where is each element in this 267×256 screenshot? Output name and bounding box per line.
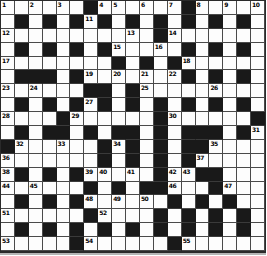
cell-r13c17[interactable] bbox=[223, 168, 237, 182]
cell-r18c5[interactable] bbox=[57, 237, 71, 251]
black-cell-r15c17 bbox=[223, 195, 237, 209]
cell-r4c1[interactable] bbox=[1, 43, 15, 57]
cell-r3c1[interactable]: 12 bbox=[1, 29, 15, 43]
cell-r14c8[interactable] bbox=[98, 182, 112, 196]
black-cell-r14c7 bbox=[84, 182, 98, 196]
cell-r10c19[interactable]: 31 bbox=[251, 126, 265, 140]
cell-r16c3[interactable] bbox=[29, 209, 43, 223]
cell-r16c9[interactable] bbox=[112, 209, 126, 223]
cell-r12c1[interactable]: 36 bbox=[1, 154, 15, 168]
cell-r11c16[interactable]: 35 bbox=[209, 140, 223, 154]
cell-r6c17[interactable] bbox=[223, 70, 237, 84]
black-cell-r14c9 bbox=[112, 182, 126, 196]
black-cell-r4c16 bbox=[209, 43, 223, 57]
cell-r16c5[interactable] bbox=[57, 209, 71, 223]
cell-r6c9[interactable]: 20 bbox=[112, 70, 126, 84]
cell-r2c3[interactable] bbox=[29, 15, 43, 29]
cell-r12c11[interactable] bbox=[140, 154, 154, 168]
cell-r14c10[interactable] bbox=[126, 182, 140, 196]
clue-number: 48 bbox=[85, 195, 92, 202]
clue-number: 39 bbox=[85, 168, 92, 175]
cell-r3c3[interactable] bbox=[29, 29, 43, 43]
cell-r9c10[interactable] bbox=[126, 112, 140, 126]
cell-r5c12[interactable] bbox=[154, 57, 168, 71]
cell-r14c17[interactable]: 47 bbox=[223, 182, 237, 196]
cell-r8c7[interactable]: 27 bbox=[84, 98, 98, 112]
cell-r16c6[interactable] bbox=[70, 209, 84, 223]
cell-r15c18[interactable] bbox=[237, 195, 251, 209]
clue-number: 16 bbox=[155, 43, 162, 50]
cell-r12c4[interactable] bbox=[43, 154, 57, 168]
cell-r5c18[interactable] bbox=[237, 57, 251, 71]
cell-r3c8[interactable] bbox=[98, 29, 112, 43]
cell-r2c13[interactable] bbox=[168, 15, 182, 29]
cell-r1c3[interactable]: 2 bbox=[29, 1, 43, 15]
cell-r10c11[interactable] bbox=[140, 126, 154, 140]
cell-r14c6[interactable] bbox=[70, 182, 84, 196]
cell-r3c15[interactable] bbox=[196, 29, 210, 43]
cell-r11c6[interactable] bbox=[70, 140, 84, 154]
cell-r13c1[interactable]: 38 bbox=[1, 168, 15, 182]
clue-number: 5 bbox=[113, 1, 117, 8]
black-cell-r8c12 bbox=[154, 98, 168, 112]
black-cell-r2c16 bbox=[209, 15, 223, 29]
cell-r1c9[interactable]: 5 bbox=[112, 1, 126, 15]
cell-r8c15[interactable] bbox=[196, 98, 210, 112]
cell-r7c3[interactable]: 24 bbox=[29, 84, 43, 98]
cell-r1c8[interactable]: 4 bbox=[98, 1, 112, 15]
black-cell-r5c13 bbox=[168, 57, 182, 71]
cell-r18c4[interactable] bbox=[43, 237, 57, 251]
cell-r15c14[interactable] bbox=[182, 195, 196, 209]
cell-r1c12[interactable] bbox=[154, 1, 168, 15]
cell-r16c4[interactable] bbox=[43, 209, 57, 223]
cell-r16c11[interactable] bbox=[140, 209, 154, 223]
cell-r1c18[interactable] bbox=[237, 1, 251, 15]
cell-r9c13[interactable]: 30 bbox=[168, 112, 182, 126]
cell-r16c10[interactable] bbox=[126, 209, 140, 223]
cell-r11c11[interactable] bbox=[140, 140, 154, 154]
cell-r12c19[interactable] bbox=[251, 154, 265, 168]
clue-number: 29 bbox=[71, 112, 78, 119]
cell-r3c14[interactable] bbox=[182, 29, 196, 43]
cell-r4c10[interactable] bbox=[126, 43, 140, 57]
cell-r3c13[interactable]: 14 bbox=[168, 29, 182, 43]
cell-r6c11[interactable]: 21 bbox=[140, 70, 154, 84]
cell-r3c11[interactable] bbox=[140, 29, 154, 43]
cell-r7c1[interactable]: 23 bbox=[1, 84, 15, 98]
cell-r1c10[interactable] bbox=[126, 1, 140, 15]
cell-r16c13[interactable] bbox=[168, 209, 182, 223]
cell-r8c13[interactable] bbox=[168, 98, 182, 112]
cell-r12c6[interactable] bbox=[70, 154, 84, 168]
cell-r8c17[interactable] bbox=[223, 98, 237, 112]
cell-r3c2[interactable] bbox=[15, 29, 29, 43]
cell-r1c19[interactable]: 10 bbox=[251, 1, 265, 15]
cell-r4c15[interactable] bbox=[196, 43, 210, 57]
cell-r17c5[interactable] bbox=[57, 223, 71, 237]
cell-r5c8[interactable] bbox=[98, 57, 112, 71]
cell-r14c13[interactable]: 46 bbox=[168, 182, 182, 196]
cell-r10c3[interactable] bbox=[29, 126, 43, 140]
cell-r17c15[interactable] bbox=[196, 223, 210, 237]
cell-r5c15[interactable] bbox=[196, 57, 210, 71]
cell-r9c7[interactable] bbox=[84, 112, 98, 126]
cell-r12c17[interactable] bbox=[223, 154, 237, 168]
cell-r3c7[interactable] bbox=[84, 29, 98, 43]
black-cell-r10c14 bbox=[182, 126, 196, 140]
cell-r16c19[interactable] bbox=[251, 209, 265, 223]
cell-r12c2[interactable] bbox=[15, 154, 29, 168]
cell-r15c11[interactable]: 50 bbox=[140, 195, 154, 209]
cell-r18c3[interactable] bbox=[29, 237, 43, 251]
cell-r7c4[interactable] bbox=[43, 84, 57, 98]
cell-r11c7[interactable] bbox=[84, 140, 98, 154]
cell-r9c18[interactable] bbox=[237, 112, 251, 126]
black-cell-r15c13 bbox=[168, 195, 182, 209]
cell-r1c1[interactable]: 1 bbox=[1, 1, 15, 15]
cell-r1c4[interactable] bbox=[43, 1, 57, 15]
cell-r16c1[interactable]: 51 bbox=[1, 209, 15, 223]
cell-r7c18[interactable] bbox=[237, 84, 251, 98]
cell-r9c9[interactable] bbox=[112, 112, 126, 126]
cell-r18c1[interactable]: 53 bbox=[1, 237, 15, 251]
cell-r3c5[interactable] bbox=[57, 29, 71, 43]
cell-r12c5[interactable] bbox=[57, 154, 71, 168]
cell-r12c15[interactable]: 37 bbox=[196, 154, 210, 168]
cell-r11c4[interactable] bbox=[43, 140, 57, 154]
black-cell-r8c4 bbox=[43, 98, 57, 112]
black-cell-r6c4 bbox=[43, 70, 57, 84]
cell-r9c6[interactable]: 29 bbox=[70, 112, 84, 126]
clue-number: 41 bbox=[127, 168, 134, 175]
cell-r17c17[interactable] bbox=[223, 223, 237, 237]
cell-r1c15[interactable]: 8 bbox=[196, 1, 210, 15]
cell-r18c9[interactable] bbox=[112, 237, 126, 251]
cell-r13c18[interactable] bbox=[237, 168, 251, 182]
cell-r15c3[interactable] bbox=[29, 195, 43, 209]
cell-r13c9[interactable] bbox=[112, 168, 126, 182]
black-cell-r17c10 bbox=[126, 223, 140, 237]
cell-r9c11[interactable] bbox=[140, 112, 154, 126]
cell-r1c5[interactable]: 3 bbox=[57, 1, 71, 15]
cell-r18c11[interactable] bbox=[140, 237, 154, 251]
cell-r10c8[interactable] bbox=[98, 126, 112, 140]
cell-r15c12[interactable] bbox=[154, 195, 168, 209]
cell-r18c12[interactable] bbox=[154, 237, 168, 251]
cell-r12c7[interactable] bbox=[84, 154, 98, 168]
cell-r9c8[interactable] bbox=[98, 112, 112, 126]
cell-r1c17[interactable]: 9 bbox=[223, 1, 237, 15]
cell-r18c15[interactable] bbox=[196, 237, 210, 251]
cell-r2c19[interactable] bbox=[251, 15, 265, 29]
cell-r2c15[interactable] bbox=[196, 15, 210, 29]
black-cell-r13c16 bbox=[209, 168, 223, 182]
cell-r11c13[interactable] bbox=[168, 140, 182, 154]
crossword-grid: 1234567891011121314151617181920212223242… bbox=[0, 0, 266, 253]
cell-r16c8[interactable]: 52 bbox=[98, 209, 112, 223]
cell-r8c19[interactable] bbox=[251, 98, 265, 112]
clue-number: 15 bbox=[113, 43, 120, 50]
cell-r2c11[interactable] bbox=[140, 15, 154, 29]
cell-r7c14[interactable] bbox=[182, 84, 196, 98]
cell-r18c10[interactable] bbox=[126, 237, 140, 251]
cell-r4c3[interactable] bbox=[29, 43, 43, 57]
cell-r9c1[interactable]: 28 bbox=[1, 112, 15, 126]
cell-r15c9[interactable]: 49 bbox=[112, 195, 126, 209]
cell-r6c5[interactable] bbox=[57, 70, 71, 84]
cell-r10c6[interactable] bbox=[70, 126, 84, 140]
cell-r12c9[interactable] bbox=[112, 154, 126, 168]
cell-r13c11[interactable] bbox=[140, 168, 154, 182]
cell-r9c17[interactable] bbox=[223, 112, 237, 126]
cell-r13c3[interactable] bbox=[29, 168, 43, 182]
black-cell-r13c6 bbox=[70, 168, 84, 182]
cell-r14c15[interactable] bbox=[196, 182, 210, 196]
cell-r17c3[interactable] bbox=[29, 223, 43, 237]
cell-r16c17[interactable] bbox=[223, 209, 237, 223]
black-cell-r9c19 bbox=[251, 112, 265, 126]
cell-r9c3[interactable] bbox=[29, 112, 43, 126]
cell-r4c9[interactable]: 15 bbox=[112, 43, 126, 57]
cell-r14c2[interactable] bbox=[15, 182, 29, 196]
cell-r4c13[interactable] bbox=[168, 43, 182, 57]
cell-r13c8[interactable]: 40 bbox=[98, 168, 112, 182]
cell-r5c4[interactable] bbox=[43, 57, 57, 71]
clue-number: 34 bbox=[113, 140, 120, 147]
clue-number: 43 bbox=[183, 168, 190, 175]
cell-r17c9[interactable] bbox=[112, 223, 126, 237]
cell-r7c11[interactable]: 25 bbox=[140, 84, 154, 98]
clue-number: 44 bbox=[2, 182, 9, 189]
cell-r3c6[interactable] bbox=[70, 29, 84, 43]
cell-r15c5[interactable] bbox=[57, 195, 71, 209]
clue-number: 27 bbox=[85, 98, 92, 105]
cell-r10c17[interactable] bbox=[223, 126, 237, 140]
cell-r3c4[interactable] bbox=[43, 29, 57, 43]
cell-r7c15[interactable] bbox=[196, 84, 210, 98]
cell-r6c15[interactable] bbox=[196, 70, 210, 84]
cell-r11c17[interactable] bbox=[223, 140, 237, 154]
cell-r14c4[interactable] bbox=[43, 182, 57, 196]
black-cell-r7c7 bbox=[84, 84, 98, 98]
cell-r8c3[interactable] bbox=[29, 98, 43, 112]
cell-r16c15[interactable] bbox=[196, 209, 210, 223]
cell-r6c10[interactable] bbox=[126, 70, 140, 84]
clue-number: 9 bbox=[224, 1, 228, 8]
cell-r2c9[interactable] bbox=[112, 15, 126, 29]
cell-r15c19[interactable] bbox=[251, 195, 265, 209]
cell-r18c7[interactable]: 54 bbox=[84, 237, 98, 251]
cell-r8c5[interactable] bbox=[57, 98, 71, 112]
clue-number: 53 bbox=[2, 237, 9, 244]
cell-r17c7[interactable] bbox=[84, 223, 98, 237]
cell-r14c5[interactable] bbox=[57, 182, 71, 196]
black-cell-r11c14 bbox=[182, 140, 196, 154]
cell-r5c14[interactable]: 18 bbox=[182, 57, 196, 71]
cell-r7c5[interactable] bbox=[57, 84, 71, 98]
cell-r8c1[interactable] bbox=[1, 98, 15, 112]
cell-r6c7[interactable]: 19 bbox=[84, 70, 98, 84]
cell-r12c18[interactable] bbox=[237, 154, 251, 168]
cell-r3c10[interactable]: 13 bbox=[126, 29, 140, 43]
cell-r11c9[interactable]: 34 bbox=[112, 140, 126, 154]
cell-r13c10[interactable]: 41 bbox=[126, 168, 140, 182]
cell-r7c9[interactable] bbox=[112, 84, 126, 98]
cell-r4c7[interactable] bbox=[84, 43, 98, 57]
black-cell-r6c2 bbox=[15, 70, 29, 84]
cell-r3c17[interactable] bbox=[223, 29, 237, 43]
cell-r8c11[interactable] bbox=[140, 98, 154, 112]
cell-r7c17[interactable] bbox=[223, 84, 237, 98]
cell-r11c18[interactable] bbox=[237, 140, 251, 154]
black-cell-r1c7 bbox=[84, 1, 98, 15]
black-cell-r16c7 bbox=[84, 209, 98, 223]
cell-r13c13[interactable]: 42 bbox=[168, 168, 182, 182]
black-cell-r13c4 bbox=[43, 168, 57, 182]
black-cell-r10c10 bbox=[126, 126, 140, 140]
cell-r3c19[interactable] bbox=[251, 29, 265, 43]
black-cell-r12c8 bbox=[98, 154, 112, 168]
clue-number: 33 bbox=[58, 140, 65, 147]
cell-r14c1[interactable]: 44 bbox=[1, 182, 15, 196]
cell-r1c6[interactable] bbox=[70, 1, 84, 15]
black-cell-r2c4 bbox=[43, 15, 57, 29]
cell-r7c12[interactable] bbox=[154, 84, 168, 98]
cell-r15c8[interactable] bbox=[98, 195, 112, 209]
cell-r11c5[interactable]: 33 bbox=[57, 140, 71, 154]
black-cell-r12c10 bbox=[126, 154, 140, 168]
black-cell-r14c12 bbox=[154, 182, 168, 196]
cell-r5c7[interactable] bbox=[84, 57, 98, 71]
cell-r11c2[interactable]: 32 bbox=[15, 140, 29, 154]
cell-r10c1[interactable] bbox=[1, 126, 15, 140]
cell-r5c1[interactable]: 17 bbox=[1, 57, 15, 71]
clue-number: 8 bbox=[197, 1, 201, 8]
cell-r7c16[interactable]: 26 bbox=[209, 84, 223, 98]
cell-r15c10[interactable] bbox=[126, 195, 140, 209]
cell-r6c8[interactable] bbox=[98, 70, 112, 84]
cell-r15c1[interactable] bbox=[1, 195, 15, 209]
cell-r6c12[interactable] bbox=[154, 70, 168, 84]
cell-r4c19[interactable] bbox=[251, 43, 265, 57]
cell-r9c4[interactable] bbox=[43, 112, 57, 126]
cell-r4c5[interactable] bbox=[57, 43, 71, 57]
cell-r17c11[interactable] bbox=[140, 223, 154, 237]
cell-r12c3[interactable] bbox=[29, 154, 43, 168]
cell-r14c18[interactable] bbox=[237, 182, 251, 196]
cell-r11c3[interactable] bbox=[29, 140, 43, 154]
cell-r7c13[interactable] bbox=[168, 84, 182, 98]
cell-r18c14[interactable]: 55 bbox=[182, 237, 196, 251]
cell-r9c2[interactable] bbox=[15, 112, 29, 126]
cell-r15c7[interactable]: 48 bbox=[84, 195, 98, 209]
cell-r2c1[interactable] bbox=[1, 15, 15, 29]
cell-r5c2[interactable] bbox=[15, 57, 29, 71]
cell-r18c16[interactable] bbox=[209, 237, 223, 251]
black-cell-r17c14 bbox=[182, 223, 196, 237]
black-cell-r10c9 bbox=[112, 126, 126, 140]
clue-number: 22 bbox=[169, 70, 176, 77]
cell-r9c16[interactable] bbox=[209, 112, 223, 126]
cell-r4c17[interactable] bbox=[223, 43, 237, 57]
cell-r1c16[interactable] bbox=[209, 1, 223, 15]
cell-r1c11[interactable]: 6 bbox=[140, 1, 154, 15]
cell-r9c14[interactable] bbox=[182, 112, 196, 126]
black-cell-r10c5 bbox=[57, 126, 71, 140]
cell-r1c2[interactable] bbox=[15, 1, 29, 15]
cell-r12c16[interactable] bbox=[209, 154, 223, 168]
cell-r13c7[interactable]: 39 bbox=[84, 168, 98, 182]
cell-r14c19[interactable] bbox=[251, 182, 265, 196]
cell-r17c13[interactable] bbox=[168, 223, 182, 237]
cell-r15c16[interactable] bbox=[209, 195, 223, 209]
cell-r4c12[interactable]: 16 bbox=[154, 43, 168, 57]
cell-r6c19[interactable] bbox=[251, 70, 265, 84]
cell-r3c9[interactable] bbox=[112, 29, 126, 43]
clue-number: 11 bbox=[85, 15, 92, 22]
cell-r5c5[interactable] bbox=[57, 57, 71, 71]
cell-r5c19[interactable] bbox=[251, 57, 265, 71]
clue-number: 14 bbox=[169, 29, 176, 36]
black-cell-r17c4 bbox=[43, 223, 57, 237]
cell-r13c19[interactable] bbox=[251, 168, 265, 182]
black-cell-r2c18 bbox=[237, 15, 251, 29]
cell-r18c18[interactable] bbox=[237, 237, 251, 251]
cell-r3c18[interactable] bbox=[237, 29, 251, 43]
cell-r2c5[interactable] bbox=[57, 15, 71, 29]
cell-r7c19[interactable] bbox=[251, 84, 265, 98]
black-cell-r13c15 bbox=[196, 168, 210, 182]
cell-r14c14[interactable] bbox=[182, 182, 196, 196]
cell-r6c1[interactable] bbox=[1, 70, 15, 84]
cell-r13c5[interactable] bbox=[57, 168, 71, 182]
cell-r3c16[interactable] bbox=[209, 29, 223, 43]
cell-r9c15[interactable] bbox=[196, 112, 210, 126]
black-cell-r10c4 bbox=[43, 126, 57, 140]
cell-r2c17[interactable] bbox=[223, 15, 237, 29]
cell-r18c17[interactable] bbox=[223, 237, 237, 251]
cell-r1c13[interactable]: 7 bbox=[168, 1, 182, 15]
cell-r11c19[interactable] bbox=[251, 140, 265, 154]
cell-r6c13[interactable]: 22 bbox=[168, 70, 182, 84]
cell-r4c11[interactable] bbox=[140, 43, 154, 57]
crossword-page: 1234567891011121314151617181920212223242… bbox=[0, 0, 267, 256]
cell-r12c13[interactable] bbox=[168, 154, 182, 168]
cell-r8c9[interactable] bbox=[112, 98, 126, 112]
cell-r5c17[interactable] bbox=[223, 57, 237, 71]
cell-r5c16[interactable] bbox=[209, 57, 223, 71]
cell-r18c19[interactable] bbox=[251, 237, 265, 251]
cell-r2c7[interactable]: 11 bbox=[84, 15, 98, 29]
cell-r5c10[interactable] bbox=[126, 57, 140, 71]
cell-r7c2[interactable] bbox=[15, 84, 29, 98]
cell-r17c19[interactable] bbox=[251, 223, 265, 237]
cell-r18c2[interactable] bbox=[15, 237, 29, 251]
cell-r17c1[interactable] bbox=[1, 223, 15, 237]
clue-number: 49 bbox=[113, 195, 120, 202]
cell-r5c6[interactable] bbox=[70, 57, 84, 71]
cell-r14c3[interactable]: 45 bbox=[29, 182, 43, 196]
clue-number: 4 bbox=[99, 1, 103, 8]
cell-r13c14[interactable]: 43 bbox=[182, 168, 196, 182]
cell-r18c8[interactable] bbox=[98, 237, 112, 251]
cell-r7c6[interactable] bbox=[70, 84, 84, 98]
cell-r16c2[interactable] bbox=[15, 209, 29, 223]
cell-r5c3[interactable] bbox=[29, 57, 43, 71]
clue-number: 24 bbox=[30, 84, 37, 91]
cell-r10c13[interactable] bbox=[168, 126, 182, 140]
